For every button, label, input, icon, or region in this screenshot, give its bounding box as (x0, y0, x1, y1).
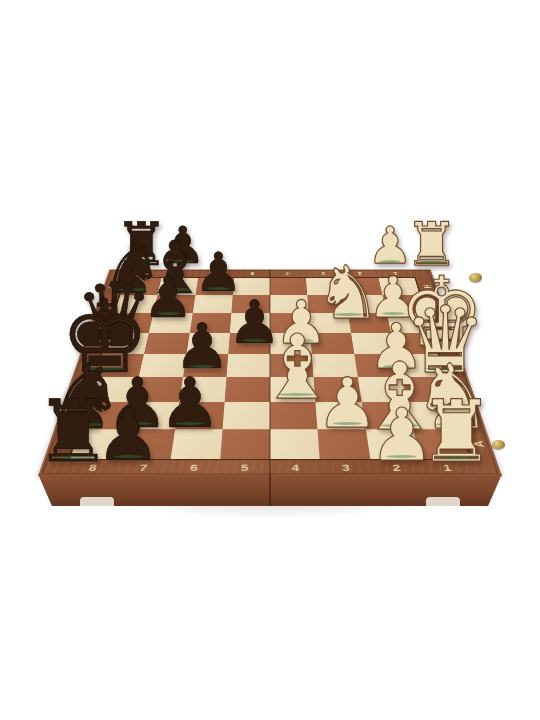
chessboard-photo: HGFEDCBA HGFEDCBA 87654321 87654321 ♜♟♟♜… (0, 0, 540, 720)
square-a5[interactable] (220, 429, 270, 459)
piece-white-rook-a1[interactable]: ♜ (418, 389, 495, 475)
rank-label-3: 3 (320, 459, 373, 476)
handle-notch-right (426, 497, 460, 506)
square-a4[interactable] (270, 429, 320, 459)
rank-label-5: 5 (219, 459, 270, 476)
piece-black-pawn-a7[interactable]: ♟ (96, 399, 161, 472)
piece-black-pawn-b6[interactable]: ♟ (159, 369, 221, 438)
rank-label-4: 4 (270, 269, 306, 277)
pieces-layer: ♜♟♟♜♞♝♟♟♞♟♛♟♟♚♚♟♟♛♝♞♟♟♟♝♞♜♟♟♜ (0, 0, 540, 720)
rank-label-4: 4 (270, 459, 321, 476)
handle-notch-left (80, 497, 114, 506)
front-fold-seam (269, 474, 271, 506)
rank-label-6: 6 (168, 459, 221, 476)
